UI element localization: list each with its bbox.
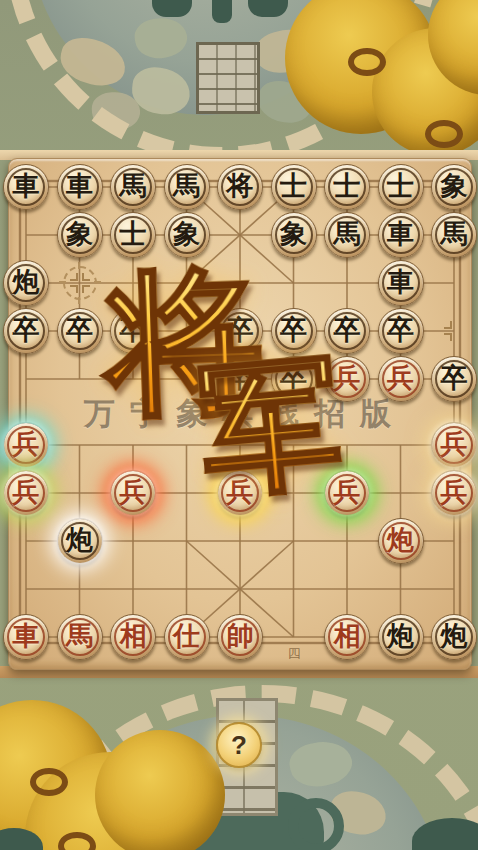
piece-glyph: 馬 xyxy=(173,173,200,201)
piece-black-d0[interactable]: 馬 xyxy=(164,164,210,210)
piece-glyph: 将 xyxy=(227,173,254,201)
piece-glyph: 士 xyxy=(120,221,147,249)
piece-red-b9[interactable]: 馬 xyxy=(57,614,103,660)
piece-black-b0[interactable]: 車 xyxy=(57,164,103,210)
piece-black-i4[interactable]: 卒 xyxy=(431,356,477,402)
piece-glyph: 炮 xyxy=(13,269,40,297)
piece-glyph: 兵 xyxy=(120,479,147,507)
piece-glyph: 士 xyxy=(334,173,361,201)
game-screen: 万宁象棋残招版 四 車車馬馬将士士士象象士象象馬車馬炮車卒卒卒卒卒卒卒卒卒兵兵卒… xyxy=(0,0,478,850)
flower-pot-icon xyxy=(30,768,68,796)
piece-black-h9[interactable]: 炮 xyxy=(378,614,424,660)
piece-black-a2[interactable]: 炮 xyxy=(3,260,49,306)
piece-glyph: 卒 xyxy=(13,317,40,345)
piece-black-h2[interactable]: 車 xyxy=(378,260,424,306)
piece-glyph: 兵 xyxy=(13,431,40,459)
piece-black-h0[interactable]: 士 xyxy=(378,164,424,210)
piece-glyph: 兵 xyxy=(387,365,414,393)
piece-black-e0[interactable]: 将 xyxy=(217,164,263,210)
piece-glyph: 兵 xyxy=(441,479,468,507)
piece-black-d1[interactable]: 象 xyxy=(164,212,210,258)
piece-black-b1[interactable]: 象 xyxy=(57,212,103,258)
piece-glyph: 馬 xyxy=(66,623,93,651)
piece-glyph: 炮 xyxy=(441,623,468,651)
piece-glyph: 相 xyxy=(120,623,147,651)
help-button[interactable]: ? xyxy=(216,722,262,768)
piece-red-a6[interactable]: 兵 xyxy=(3,470,49,516)
piece-glyph: 象 xyxy=(66,221,93,249)
bush-bottom-left xyxy=(95,730,225,850)
piece-glyph: 帥 xyxy=(227,623,254,651)
piece-glyph: 士 xyxy=(280,173,307,201)
piece-red-a5[interactable]: 兵 xyxy=(3,422,49,468)
piece-black-f0[interactable]: 士 xyxy=(271,164,317,210)
piece-glyph: 象 xyxy=(173,221,200,249)
piece-glyph: 炮 xyxy=(66,527,93,555)
piece-red-c9[interactable]: 相 xyxy=(110,614,156,660)
piece-black-c1[interactable]: 士 xyxy=(110,212,156,258)
piece-glyph: 車 xyxy=(66,173,93,201)
file-number-label: 四 xyxy=(281,645,307,663)
piece-black-h3[interactable]: 卒 xyxy=(378,308,424,354)
flower-pot-icon xyxy=(425,120,463,148)
piece-glyph: 相 xyxy=(334,623,361,651)
piece-glyph: 車 xyxy=(13,623,40,651)
piece-glyph: 象 xyxy=(441,173,468,201)
piece-glyph: 馬 xyxy=(334,221,361,249)
piece-black-i9[interactable]: 炮 xyxy=(431,614,477,660)
ornament-top xyxy=(152,0,192,17)
check-announcement-char-2: 军 xyxy=(194,350,348,504)
target-reticle-icon xyxy=(63,266,97,300)
piece-black-g0[interactable]: 士 xyxy=(324,164,370,210)
piece-glyph: 卒 xyxy=(387,317,414,345)
piece-red-g9[interactable]: 相 xyxy=(324,614,370,660)
piece-red-h7[interactable]: 炮 xyxy=(378,518,424,564)
piece-glyph: 炮 xyxy=(387,527,414,555)
piece-glyph: 兵 xyxy=(441,431,468,459)
piece-glyph: 兵 xyxy=(13,479,40,507)
piece-black-a3[interactable]: 卒 xyxy=(3,308,49,354)
flower-pot-icon xyxy=(348,48,386,76)
piece-glyph: 車 xyxy=(387,221,414,249)
piece-glyph: 炮 xyxy=(387,623,414,651)
piece-red-d9[interactable]: 仕 xyxy=(164,614,210,660)
piece-black-i1[interactable]: 馬 xyxy=(431,212,477,258)
piece-black-h1[interactable]: 車 xyxy=(378,212,424,258)
piece-glyph: 象 xyxy=(280,221,307,249)
piece-glyph: 車 xyxy=(13,173,40,201)
stone-emblem xyxy=(196,42,260,114)
piece-glyph: 卒 xyxy=(66,317,93,345)
piece-glyph: 車 xyxy=(387,269,414,297)
piece-glyph: 馬 xyxy=(120,173,147,201)
piece-glyph: 士 xyxy=(387,173,414,201)
piece-red-e9[interactable]: 帥 xyxy=(217,614,263,660)
piece-black-b3[interactable]: 卒 xyxy=(57,308,103,354)
piece-red-i6[interactable]: 兵 xyxy=(431,470,477,516)
piece-glyph: 馬 xyxy=(441,221,468,249)
piece-black-a0[interactable]: 車 xyxy=(3,164,49,210)
piece-black-g1[interactable]: 馬 xyxy=(324,212,370,258)
piece-black-c0[interactable]: 馬 xyxy=(110,164,156,210)
piece-red-h4[interactable]: 兵 xyxy=(378,356,424,402)
point-marker xyxy=(444,321,464,341)
piece-black-f1[interactable]: 象 xyxy=(271,212,317,258)
piece-glyph: 卒 xyxy=(334,317,361,345)
ornament-top xyxy=(248,0,288,17)
piece-black-b7[interactable]: 炮 xyxy=(57,518,103,564)
ornament-top xyxy=(212,0,232,23)
piece-black-i0[interactable]: 象 xyxy=(431,164,477,210)
piece-red-a9[interactable]: 車 xyxy=(3,614,49,660)
piece-glyph: 仕 xyxy=(173,623,200,651)
piece-red-c6[interactable]: 兵 xyxy=(110,470,156,516)
piece-glyph: 卒 xyxy=(441,365,468,393)
piece-red-i5[interactable]: 兵 xyxy=(431,422,477,468)
piece-glyph: 卒 xyxy=(280,317,307,345)
